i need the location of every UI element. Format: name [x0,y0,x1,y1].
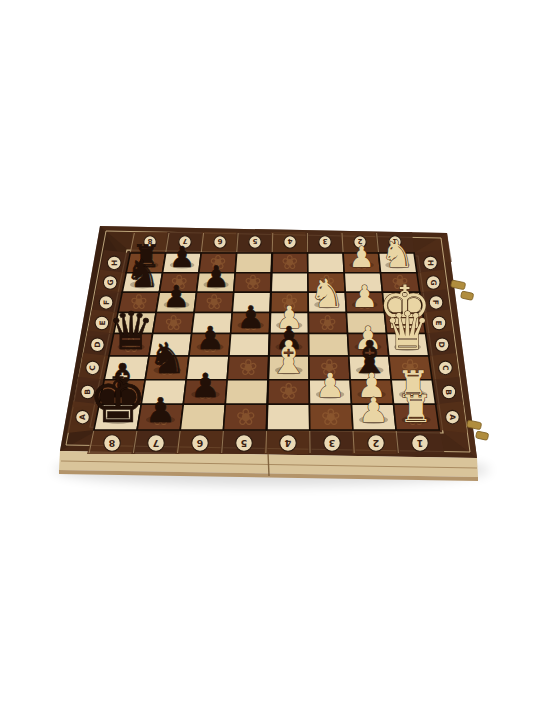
square-d5 [229,334,270,357]
square-a4 [267,404,310,430]
piece-white-pawn-a2: ♟ [358,390,389,430]
carved-flower-motif: ❀ [239,354,258,380]
carved-flower-motif: ❀ [244,270,261,294]
piece-black-knight-g8: ♞ [125,251,160,296]
svg-text:E: E [98,320,107,325]
piece-black-pawn-h7: ♟ [169,240,195,274]
carved-flower-motif: ❀ [321,403,341,431]
svg-text:3: 3 [322,237,327,245]
svg-text:6: 6 [196,438,203,449]
piece-white-knight-f3: ♞ [309,270,344,316]
carved-flower-motif: ❀ [236,403,256,431]
piece-black-pawn-d6: ♟ [196,320,224,356]
piece-white-knight-h1: ♞ [381,232,415,276]
coord-label-near-4: 4 [280,435,297,452]
coord-label-far-3: 3 [319,236,331,248]
brass-hinge [461,291,474,300]
svg-text:A: A [448,414,457,420]
svg-text:4: 4 [287,237,292,245]
svg-text:4: 4 [284,438,291,449]
piece-white-pawn-h2: ♟ [349,240,375,274]
piece-white-bishop-c4: ♝ [268,331,309,384]
coord-label-far-6: 6 [214,236,226,248]
svg-text:7: 7 [153,438,160,449]
coord-label-near-7: 7 [148,435,165,452]
svg-text:B: B [444,389,453,395]
piece-black-pawn-f7: ♟ [163,279,190,314]
square-d3 [309,334,349,357]
coord-label-right-B: B [442,385,456,399]
coord-label-left-D: D [91,338,105,352]
svg-text:8: 8 [108,438,115,449]
svg-text:A: A [78,414,87,420]
svg-text:D: D [93,342,102,348]
coord-label-left-G: G [103,276,117,290]
svg-text:D: D [437,342,446,348]
piece-white-pawn-b3: ♟ [315,366,345,405]
coord-label-right-H: H [424,256,438,270]
piece-black-knight-c7: ♞ [148,334,186,383]
svg-text:F: F [431,300,440,305]
coord-label-far-5: 5 [249,236,261,248]
coord-label-left-E: E [95,316,109,330]
svg-text:C: C [441,365,450,371]
piece-black-pawn-e5: ♟ [237,299,265,335]
svg-text:5: 5 [252,237,257,245]
svg-text:3: 3 [329,438,336,449]
brass-hinge [476,431,489,440]
svg-text:G: G [106,279,115,285]
square-b5 [225,380,268,405]
coord-label-right-D: D [435,338,449,352]
piece-white-pawn-f2: ♟ [351,279,378,314]
coord-label-right-A: A [446,410,460,424]
piece-white-queen-d1: ♛ [384,301,431,361]
svg-text:H: H [110,260,119,266]
svg-text:5: 5 [241,438,248,449]
coord-label-right-C: C [439,361,453,375]
coord-label-right-E: E [432,316,446,330]
coord-label-near-3: 3 [324,435,341,452]
piece-white-rook-a1: ♜ [399,387,433,431]
svg-text:2: 2 [373,438,380,449]
chessboard-photo: ❀❀❀❀❀❀❀❀❀❀❀❀❀❀❀❀❀❀❀❀❀❀❀❀❀❀❀❀❀❀❀❀88776655… [0,0,540,720]
piece-black-pawn-a7: ♟ [145,390,176,430]
square-a6 [180,404,225,430]
piece-black-king-a8: ♚ [88,361,147,438]
coord-label-near-5: 5 [236,435,253,452]
fold-seam [268,452,269,476]
piece-black-pawn-g6: ♟ [203,260,229,294]
svg-text:6: 6 [217,237,222,245]
coord-label-near-2: 2 [368,435,385,452]
coord-label-far-4: 4 [284,236,296,248]
svg-text:H: H [426,260,435,266]
svg-text:E: E [434,320,443,325]
carved-flower-motif: ❀ [282,251,299,274]
piece-black-pawn-b6: ♟ [191,366,221,405]
coord-label-near-6: 6 [192,435,209,452]
coord-label-left-H: H [107,256,121,270]
coord-label-near-1: 1 [412,435,429,452]
svg-text:1: 1 [417,438,424,449]
product-photo-canvas: ❀❀❀❀❀❀❀❀❀❀❀❀❀❀❀❀❀❀❀❀❀❀❀❀❀❀❀❀❀❀❀❀88776655… [0,0,540,720]
